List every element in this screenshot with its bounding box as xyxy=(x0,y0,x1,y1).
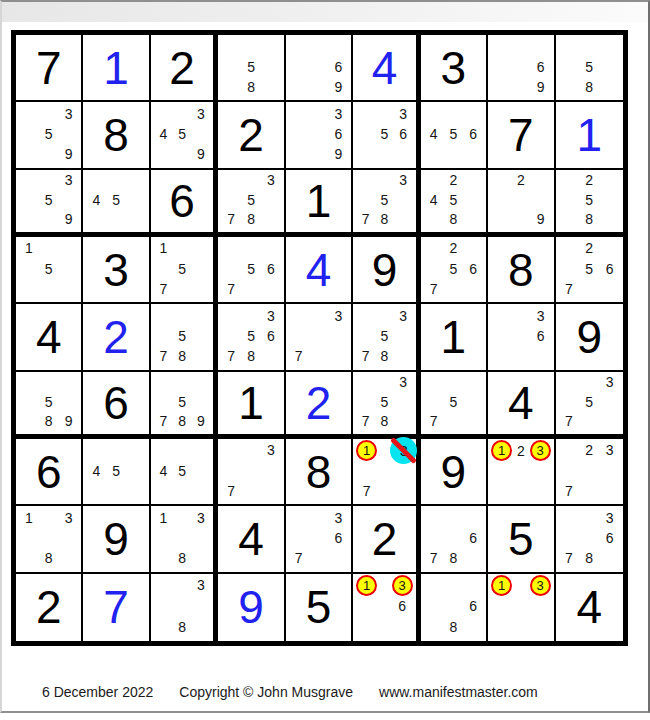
pencil-slot xyxy=(491,210,511,229)
cell-r9c3[interactable]: 38 xyxy=(151,574,218,641)
cell-r9c6[interactable]: 136 xyxy=(353,574,420,641)
cell-r1c8[interactable]: 69 xyxy=(488,35,555,102)
candidate-digit: 3 xyxy=(399,309,407,323)
pencil-slot xyxy=(377,596,391,617)
pencil-slot: 6 xyxy=(261,258,281,278)
pencil-marks: 58 xyxy=(559,36,620,97)
cell-r7c9[interactable]: 237 xyxy=(556,439,623,506)
pencil-slot: 6 xyxy=(600,258,620,278)
candidate-digit: 6 xyxy=(398,599,406,613)
pencil-slot xyxy=(356,461,377,481)
cell-r9c8[interactable]: 13 xyxy=(488,574,555,641)
pencil-slot: 6 xyxy=(392,596,413,617)
candidate-digit: 5 xyxy=(45,395,53,409)
cell-r1c3[interactable]: 2 xyxy=(151,35,218,102)
candidate-digit: 3 xyxy=(267,309,275,323)
pencil-slot xyxy=(531,346,551,366)
pencil-slot: 7 xyxy=(559,548,579,568)
cell-r8c4[interactable]: 4 xyxy=(218,506,285,573)
candidate-digit: 4 xyxy=(92,193,100,207)
pencil-slot: 8 xyxy=(173,346,192,366)
cell-r2c3[interactable]: 3459 xyxy=(151,102,218,169)
cell-r1c6[interactable]: 4 xyxy=(353,35,420,102)
cell-r4c6[interactable]: 9 xyxy=(353,237,420,304)
pencil-marks: 45 xyxy=(86,171,145,229)
candidate-digit: 5 xyxy=(449,193,457,207)
pencil-slot: 5 xyxy=(173,326,192,346)
cell-r7c3[interactable]: 45 xyxy=(151,439,218,506)
pencil-slot xyxy=(424,617,444,638)
cell-r3c1[interactable]: 359 xyxy=(16,170,83,237)
candidate-digit: 7 xyxy=(362,349,370,363)
cell-r1c5[interactable]: 69 xyxy=(286,35,353,102)
footer: 6 December 2022Copyright © John Musgrave… xyxy=(42,684,564,700)
candidate-digit: 5 xyxy=(449,395,457,409)
pencil-slot xyxy=(59,528,79,548)
cell-r4c3[interactable]: 157 xyxy=(151,237,218,304)
cell-r3c3[interactable]: 6 xyxy=(151,170,218,237)
title-bar xyxy=(2,2,648,22)
pencil-slot: 5 xyxy=(443,190,463,209)
pencil-slot xyxy=(154,617,173,638)
cell-r2c7[interactable]: 456 xyxy=(421,102,488,169)
pencil-slot xyxy=(559,238,579,258)
pencil-slot xyxy=(600,548,620,568)
pencil-slot xyxy=(19,373,39,392)
given-digit: 6 xyxy=(16,439,81,504)
pencil-slot: 8 xyxy=(375,412,394,431)
candidate-digit: 5 xyxy=(45,193,53,207)
pencil-slot xyxy=(19,124,39,144)
cell-r2c6[interactable]: 356 xyxy=(353,102,420,169)
cell-r6c8[interactable]: 4 xyxy=(488,372,555,439)
candidate-digit: 5 xyxy=(247,262,255,276)
pencil-slot xyxy=(126,190,146,209)
pencil-slot: 7 xyxy=(154,346,173,366)
pencil-slot xyxy=(424,392,444,411)
pencil-slot xyxy=(261,346,281,366)
cell-r7c7[interactable]: 9 xyxy=(421,439,488,506)
cell-r4c7[interactable]: 2567 xyxy=(421,237,488,304)
pencil-slot xyxy=(395,481,413,501)
candidate-digit: 5 xyxy=(178,262,186,276)
candidate-digit: 8 xyxy=(45,551,53,565)
cell-r1c2[interactable]: 1 xyxy=(83,35,150,102)
candidate-digit: 3 xyxy=(399,173,407,187)
pencil-slot: 7 xyxy=(424,548,444,568)
pencil-slot xyxy=(86,440,106,460)
candidate-digit: 4 xyxy=(430,127,438,141)
given-digit: 4 xyxy=(556,574,623,641)
pencil-slot xyxy=(559,258,579,278)
pencil-slot: 8 xyxy=(579,210,599,229)
cell-r5c1[interactable]: 4 xyxy=(16,304,83,371)
cell-r2c8[interactable]: 7 xyxy=(488,102,555,169)
cell-r6c5[interactable]: 2 xyxy=(286,372,353,439)
pencil-slot xyxy=(600,238,620,258)
pencil-slot: 6 xyxy=(463,528,483,548)
pencil-slot: 3 xyxy=(261,305,281,325)
pencil-slot xyxy=(19,392,39,411)
candidate-digit: 8 xyxy=(381,349,389,363)
pencil-marks: 359 xyxy=(19,103,78,164)
candidate-digit: 3 xyxy=(65,511,73,525)
candidate-digit: 5 xyxy=(112,193,120,207)
cell-r3c2[interactable]: 45 xyxy=(83,170,150,237)
candidate-digit: 4 xyxy=(430,193,438,207)
pencil-slot xyxy=(356,171,375,190)
pencil-marks: 578 xyxy=(154,305,210,366)
pencil-slot: 9 xyxy=(59,210,79,229)
pencil-slot xyxy=(126,210,146,229)
pencil-slot xyxy=(192,258,211,278)
candidate-digit: 3 xyxy=(399,375,407,389)
cell-r1c7[interactable]: 3 xyxy=(421,35,488,102)
candidate-digit: 7 xyxy=(565,484,573,498)
cell-r7c1[interactable]: 6 xyxy=(16,439,83,506)
candidate-digit: 5 xyxy=(247,329,255,343)
pencil-slot xyxy=(86,210,106,229)
cell-r3c9[interactable]: 258 xyxy=(556,170,623,237)
pencil-slot: 9 xyxy=(328,77,348,97)
pencil-slot xyxy=(154,575,173,596)
pencil-slot xyxy=(377,575,391,596)
solved-digit: 2 xyxy=(83,304,148,369)
cell-r6c4[interactable]: 1 xyxy=(218,372,285,439)
pencil-slot: 3 xyxy=(261,171,281,190)
cell-r9c4[interactable]: 9 xyxy=(218,574,285,641)
cell-r2c4[interactable]: 2 xyxy=(218,102,285,169)
candidate-digit: 6 xyxy=(469,262,477,276)
pencil-slot xyxy=(511,305,531,325)
candidate-digit: 1 xyxy=(25,511,33,525)
cell-r1c1[interactable]: 7 xyxy=(16,35,83,102)
cell-r6c3[interactable]: 5789 xyxy=(151,372,218,439)
pencil-slot: 7 xyxy=(559,481,579,501)
sudoku-board: 7125869436958359834592369356456713594563… xyxy=(11,30,628,646)
pencil-slot xyxy=(154,305,173,325)
pencil-slot xyxy=(559,77,579,97)
pencil-slot xyxy=(39,238,59,258)
footer-date: 6 December 2022 xyxy=(42,684,153,700)
pencil-slot: 2 xyxy=(579,440,599,460)
cell-r1c4[interactable]: 58 xyxy=(218,35,285,102)
pencil-slot xyxy=(19,548,39,568)
pencil-slot xyxy=(154,373,173,392)
cell-r5c8[interactable]: 36 xyxy=(488,304,555,371)
cell-r6c7[interactable]: 57 xyxy=(421,372,488,439)
candidate-digit: 1 xyxy=(25,241,33,255)
pencil-slot: 3 xyxy=(192,507,211,527)
highlighted-candidate: 1 xyxy=(491,575,512,596)
pencil-slot xyxy=(154,326,173,346)
pencil-slot xyxy=(59,124,79,144)
given-digit: 9 xyxy=(556,304,623,369)
pencil-slot xyxy=(579,481,599,501)
pencil-slot xyxy=(241,171,261,190)
cell-r5c7[interactable]: 1 xyxy=(421,304,488,371)
pencil-slot: 7 xyxy=(221,481,241,501)
pencil-slot: 3 xyxy=(600,373,620,392)
pencil-slot xyxy=(463,238,483,258)
candidate-digit: 3 xyxy=(334,107,342,121)
pencil-slot xyxy=(241,238,261,258)
pencil-slot xyxy=(289,305,309,325)
cell-r8c2[interactable]: 9 xyxy=(83,506,150,573)
cell-r5c4[interactable]: 35678 xyxy=(218,304,285,371)
candidate-digit: 6 xyxy=(537,329,545,343)
cell-r7c2[interactable]: 45 xyxy=(83,439,150,506)
pencil-slot xyxy=(559,210,579,229)
cell-r2c2[interactable]: 8 xyxy=(83,102,150,169)
pencil-slot xyxy=(463,103,483,123)
pencil-slot xyxy=(154,103,173,123)
cell-r8c9[interactable]: 3678 xyxy=(556,506,623,573)
pencil-slot xyxy=(126,481,146,501)
pencil-slot xyxy=(328,36,348,56)
pencil-slot xyxy=(530,461,551,481)
pencil-slot xyxy=(126,460,146,480)
pencil-slot: 8 xyxy=(443,548,463,568)
pencil-slot xyxy=(39,103,59,123)
candidate-digit: 8 xyxy=(381,212,389,226)
pencil-slot xyxy=(19,171,39,190)
pencil-slot xyxy=(531,36,551,56)
candidate-digit: 2 xyxy=(585,173,593,187)
pencil-slot xyxy=(559,373,579,392)
pencil-slot: 8 xyxy=(173,617,192,638)
cell-r2c5[interactable]: 369 xyxy=(286,102,353,169)
pencil-slot xyxy=(309,144,329,164)
candidate-digit: 3 xyxy=(65,107,73,121)
candidate-digit: 8 xyxy=(449,212,457,226)
pencil-slot xyxy=(511,346,531,366)
pencil-slot: 6 xyxy=(261,326,281,346)
cell-r5c6[interactable]: 3578 xyxy=(353,304,420,371)
pencil-slot xyxy=(192,346,211,366)
cell-r5c3[interactable]: 578 xyxy=(151,304,218,371)
cell-r6c9[interactable]: 357 xyxy=(556,372,623,439)
pencil-slot: 9 xyxy=(531,77,551,97)
candidate-digit: 8 xyxy=(449,551,457,565)
pencil-slot xyxy=(173,507,192,527)
candidate-digit: 5 xyxy=(449,127,457,141)
cell-r9c7[interactable]: 68 xyxy=(421,574,488,641)
candidate-digit: 7 xyxy=(227,282,235,296)
pencil-slot xyxy=(443,373,463,392)
cell-r3c5[interactable]: 1 xyxy=(286,170,353,237)
cell-r4c4[interactable]: 567 xyxy=(218,237,285,304)
pencil-slot xyxy=(173,305,192,325)
cell-r4c8[interactable]: 8 xyxy=(488,237,555,304)
cell-r6c1[interactable]: 589 xyxy=(16,372,83,439)
candidate-digit: 7 xyxy=(362,212,370,226)
cell-r7c6[interactable]: 137 xyxy=(353,439,420,506)
given-digit: 5 xyxy=(488,506,553,571)
pencil-slot: 9 xyxy=(59,412,79,431)
pencil-slot: 5 xyxy=(173,258,192,278)
cell-r7c8[interactable]: 123 xyxy=(488,439,555,506)
pencil-slot: 9 xyxy=(192,144,211,164)
cell-r3c7[interactable]: 2458 xyxy=(421,170,488,237)
candidate-digit: 4 xyxy=(92,464,100,478)
pencil-slot xyxy=(39,210,59,229)
cell-r7c4[interactable]: 37 xyxy=(218,439,285,506)
given-digit: 4 xyxy=(488,372,553,434)
pencil-slot xyxy=(154,528,173,548)
cell-r3c8[interactable]: 29 xyxy=(488,170,555,237)
pencil-slot xyxy=(356,305,375,325)
pencil-marks: 3678 xyxy=(559,507,620,568)
candidate-digit: 8 xyxy=(381,414,389,428)
pencil-slot: 1 xyxy=(491,440,512,461)
pencil-slot xyxy=(261,460,281,480)
pencil-slot xyxy=(309,77,329,97)
pencil-slot xyxy=(356,103,375,123)
pencil-slot: 2 xyxy=(443,238,463,258)
pencil-slot: 5 xyxy=(106,460,126,480)
pencil-slot xyxy=(491,461,512,481)
candidate-digit: 8 xyxy=(247,212,255,226)
pencil-slot xyxy=(173,238,192,258)
cell-r3c6[interactable]: 3578 xyxy=(353,170,420,237)
cell-r5c9[interactable]: 9 xyxy=(556,304,623,371)
given-digit: 1 xyxy=(421,304,486,369)
pencil-slot: 9 xyxy=(531,210,551,229)
pencil-slot xyxy=(59,238,79,258)
cell-r8c5[interactable]: 367 xyxy=(286,506,353,573)
pencil-slot xyxy=(192,305,211,325)
pencil-slot xyxy=(309,305,329,325)
pencil-slot xyxy=(377,617,391,638)
cell-r9c2[interactable]: 7 xyxy=(83,574,150,641)
candidate-digit: 9 xyxy=(334,80,342,94)
pencil-marks: 123 xyxy=(491,440,550,501)
pencil-slot: 3 xyxy=(600,440,620,460)
cell-r9c5[interactable]: 5 xyxy=(286,574,353,641)
candidate-digit: 2 xyxy=(449,241,457,255)
pencil-slot xyxy=(443,144,463,164)
cell-r3c4[interactable]: 3578 xyxy=(218,170,285,237)
pencil-slot xyxy=(241,279,261,299)
pencil-slot xyxy=(463,171,483,190)
cell-r4c9[interactable]: 2567 xyxy=(556,237,623,304)
pencil-slot: 4 xyxy=(424,190,444,209)
pencil-slot: 5 xyxy=(579,258,599,278)
pencil-slot xyxy=(356,190,375,209)
pencil-slot xyxy=(424,596,444,617)
candidate-digit: 5 xyxy=(381,127,389,141)
pencil-slot xyxy=(375,305,394,325)
candidate-digit: 8 xyxy=(178,414,186,428)
cell-r8c6[interactable]: 2 xyxy=(353,506,420,573)
pencil-marks: 37 xyxy=(289,305,348,366)
pencil-slot xyxy=(86,481,106,501)
pencil-slot xyxy=(289,77,309,97)
pencil-slot: 5 xyxy=(241,326,261,346)
pencil-marks: 589 xyxy=(19,373,78,431)
pencil-slot: 1 xyxy=(491,575,512,596)
cell-r6c6[interactable]: 3578 xyxy=(353,372,420,439)
pencil-slot xyxy=(192,373,211,392)
pencil-slot: 3 xyxy=(394,305,413,325)
pencil-marks: 3459 xyxy=(154,103,210,164)
pencil-slot: 7 xyxy=(289,548,309,568)
pencil-slot xyxy=(59,392,79,411)
given-digit: 4 xyxy=(16,304,81,369)
pencil-slot xyxy=(512,575,529,596)
candidate-digit: 8 xyxy=(178,349,186,363)
pencil-slot xyxy=(221,56,241,76)
pencil-slot: 6 xyxy=(531,56,551,76)
pencil-marks: 3578 xyxy=(356,373,412,431)
pencil-slot xyxy=(356,392,375,411)
pencil-slot xyxy=(579,507,599,527)
pencil-slot xyxy=(289,326,309,346)
cell-r8c8[interactable]: 5 xyxy=(488,506,555,573)
cell-r5c5[interactable]: 37 xyxy=(286,304,353,371)
pencil-slot: 3 xyxy=(261,440,281,460)
candidate-digit: 6 xyxy=(267,329,275,343)
cell-r8c3[interactable]: 138 xyxy=(151,506,218,573)
cell-r5c2[interactable]: 2 xyxy=(83,304,150,371)
pencil-slot xyxy=(600,77,620,97)
pencil-slot xyxy=(491,171,511,190)
pencil-slot xyxy=(511,77,531,97)
pencil-slot xyxy=(192,238,211,258)
pencil-slot xyxy=(289,124,309,144)
cell-r4c5[interactable]: 4 xyxy=(286,237,353,304)
cell-r7c5[interactable]: 8 xyxy=(286,439,353,506)
given-digit: 2 xyxy=(218,102,283,167)
candidate-digit: 8 xyxy=(449,620,457,634)
cell-r2c9[interactable]: 1 xyxy=(556,102,623,169)
cell-r9c9[interactable]: 4 xyxy=(556,574,623,641)
footer-website: www.manifestmaster.com xyxy=(379,684,538,700)
cell-r4c2[interactable]: 3 xyxy=(83,237,150,304)
cell-r1c9[interactable]: 58 xyxy=(556,35,623,102)
candidate-digit: 5 xyxy=(381,329,389,343)
cell-r9c1[interactable]: 2 xyxy=(16,574,83,641)
pencil-slot xyxy=(309,36,329,56)
pencil-slot xyxy=(559,190,579,209)
cell-r8c1[interactable]: 138 xyxy=(16,506,83,573)
pencil-slot: 5 xyxy=(443,392,463,411)
pencil-slot xyxy=(392,617,413,638)
pencil-slot xyxy=(394,210,413,229)
pencil-slot xyxy=(443,412,463,431)
pencil-slot xyxy=(579,373,599,392)
pencil-marks: 2458 xyxy=(424,171,483,229)
pencil-slot xyxy=(328,326,348,346)
pencil-slot xyxy=(328,548,348,568)
pencil-slot: 2 xyxy=(443,171,463,190)
pencil-slot xyxy=(443,103,463,123)
cell-r8c7[interactable]: 678 xyxy=(421,506,488,573)
pencil-slot xyxy=(261,56,281,76)
pencil-marks: 356 xyxy=(356,103,412,164)
cell-r6c2[interactable]: 6 xyxy=(83,372,150,439)
pencil-marks: 58 xyxy=(221,36,280,97)
pencil-slot xyxy=(261,190,281,209)
pencil-slot: 5 xyxy=(443,124,463,144)
pencil-slot: 5 xyxy=(39,392,59,411)
cell-r2c1[interactable]: 359 xyxy=(16,102,83,169)
cell-r4c1[interactable]: 15 xyxy=(16,237,83,304)
pencil-marks: 2567 xyxy=(559,238,620,299)
pencil-slot: 5 xyxy=(173,124,192,144)
pencil-marks: 369 xyxy=(289,103,348,164)
